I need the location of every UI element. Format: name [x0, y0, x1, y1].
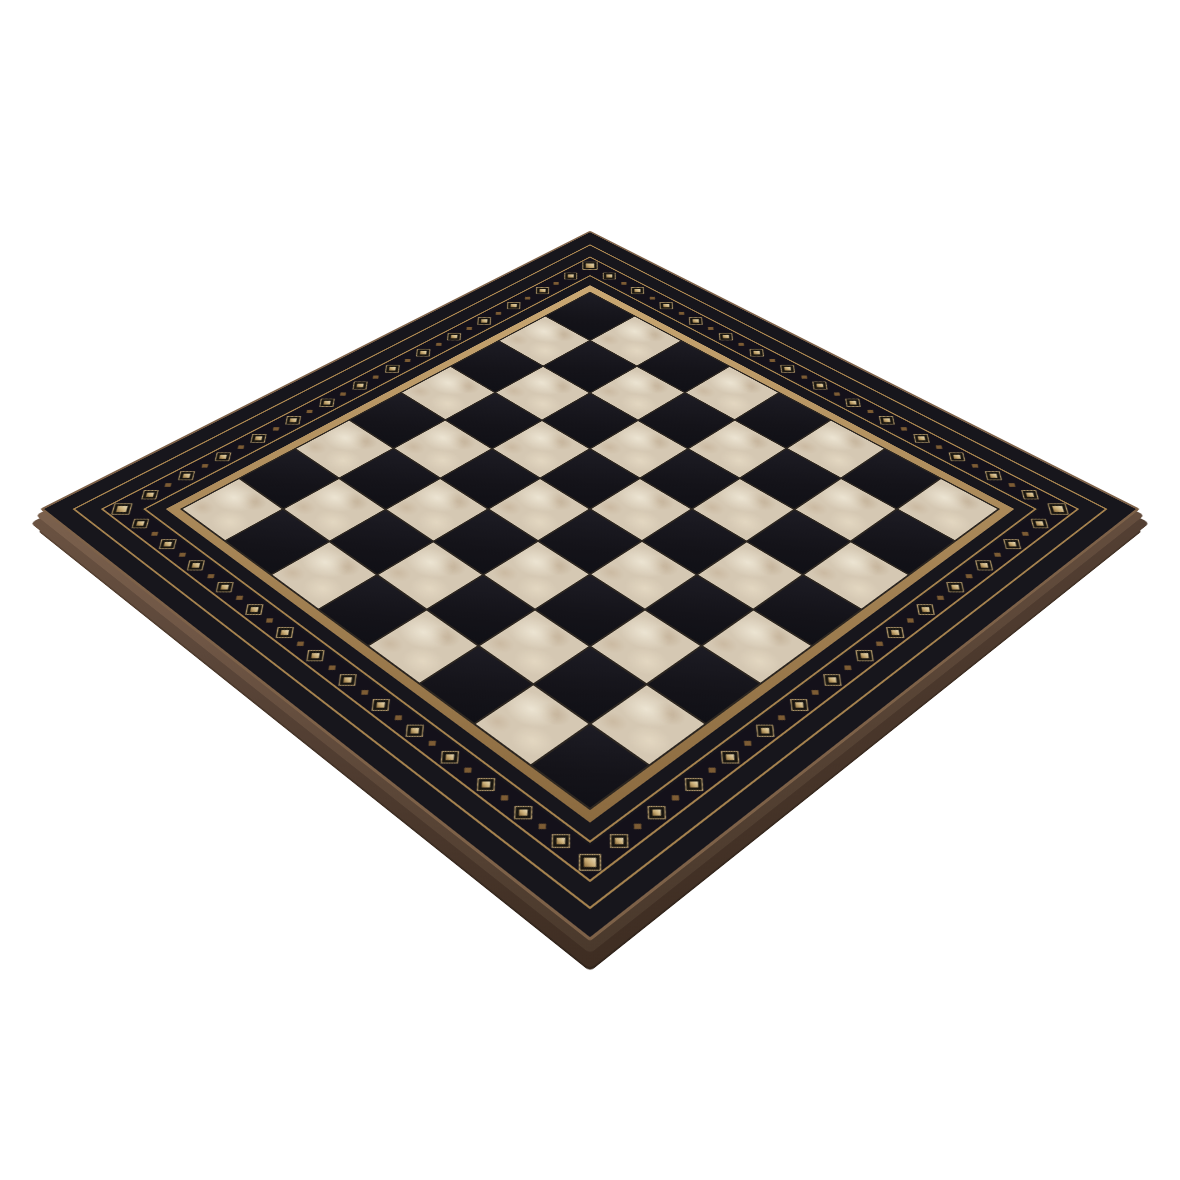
inlay-dot-icon	[672, 795, 679, 800]
diamond-inlay-icon	[910, 431, 933, 444]
diamond-inlay-icon	[503, 300, 524, 311]
inlay-dot-icon	[237, 446, 244, 449]
inlay-dot-icon	[812, 690, 819, 695]
inlay-dot-icon	[307, 410, 313, 413]
inlay-dot-icon	[650, 297, 655, 300]
diamond-inlay-icon	[942, 579, 967, 595]
diamond-inlay-icon	[600, 271, 620, 282]
inlay-dot-icon	[937, 596, 944, 600]
diamond-inlay-icon	[685, 315, 706, 326]
inlay-dot-icon	[1008, 483, 1015, 487]
diamond-inlay-icon	[1027, 516, 1051, 531]
diamond-inlay-icon	[129, 516, 153, 531]
diamond-inlay-icon	[913, 601, 939, 618]
diamond-inlay-icon	[809, 379, 831, 392]
diamond-inlay-icon	[472, 774, 500, 794]
diamond-inlay-icon	[785, 695, 812, 714]
chess-board	[40, 231, 1140, 942]
inlay-dot-icon	[738, 343, 744, 346]
inlay-dot-icon	[994, 553, 1001, 557]
inlay-dot-icon	[708, 327, 714, 330]
inlay-dot-icon	[373, 375, 379, 378]
diamond-inlay-icon	[315, 396, 337, 409]
inlay-dot-icon	[801, 375, 807, 378]
inlay-dot-icon	[266, 618, 273, 622]
inlay-dot-icon	[966, 574, 973, 578]
diamond-inlay-icon	[945, 450, 968, 464]
inlay-dot-icon	[770, 359, 776, 362]
inlay-dot-icon	[328, 665, 335, 669]
inlay-dot-icon	[466, 327, 472, 330]
inlay-dot-icon	[405, 359, 411, 362]
diamond-inlay-icon	[242, 601, 268, 618]
inlay-dot-icon	[340, 392, 346, 395]
diamond-inlay-icon	[272, 624, 298, 641]
inlay-dot-icon	[901, 427, 907, 430]
diamond-inlay-icon	[680, 774, 708, 794]
inlay-dot-icon	[834, 392, 840, 395]
inlay-dot-icon	[201, 464, 208, 467]
diamond-inlay-icon	[851, 647, 877, 665]
diamond-inlay-icon	[560, 271, 580, 282]
inlay-dot-icon	[679, 312, 684, 315]
inlay-dot-icon	[778, 715, 785, 720]
inlay-dot-icon	[464, 768, 471, 773]
inlay-dot-icon	[297, 642, 304, 646]
diamond-inlay-icon	[282, 414, 305, 427]
diamond-inlay-icon	[656, 300, 677, 311]
inlay-dot-icon	[634, 824, 641, 829]
diamond-inlay-icon	[876, 414, 899, 427]
diamond-inlay-icon	[212, 579, 237, 595]
diamond-inlay-icon	[509, 802, 538, 823]
diamond-inlay-icon	[443, 331, 464, 343]
inlay-dot-icon	[165, 483, 172, 487]
diamond-inlay-icon	[335, 671, 362, 689]
diamond-inlay-icon	[751, 721, 778, 740]
diamond-inlay-icon	[211, 450, 234, 464]
diamond-inlay-icon	[982, 468, 1006, 482]
diamond-inlay-icon	[184, 557, 209, 573]
diamond-inlay-icon	[156, 536, 181, 551]
diamond-inlay-icon	[882, 624, 908, 641]
diamond-inlay-icon	[412, 346, 434, 358]
diamond-inlay-icon	[715, 331, 736, 343]
inlay-dot-icon	[1022, 532, 1029, 536]
diamond-inlay-icon	[137, 487, 161, 502]
inlay-dot-icon	[436, 343, 442, 346]
inlay-dot-icon	[496, 312, 501, 315]
diamond-inlay-icon	[247, 431, 270, 444]
inlay-dot-icon	[273, 427, 279, 430]
diamond-inlay-icon	[473, 315, 494, 326]
diamond-inlay-icon	[402, 721, 429, 740]
product-photo-scene	[0, 0, 1180, 1180]
diamond-inlay-icon	[547, 830, 576, 852]
inlay-dot-icon	[394, 715, 401, 720]
inlay-dot-icon	[907, 618, 914, 622]
inlay-dot-icon	[708, 768, 715, 773]
diamond-inlay-icon	[628, 285, 649, 296]
inlay-dot-icon	[539, 824, 546, 829]
inlay-dot-icon	[429, 741, 436, 746]
inlay-dot-icon	[179, 553, 186, 557]
diamond-inlay-icon	[532, 285, 553, 296]
inlay-dot-icon	[972, 464, 979, 467]
diamond-inlay-icon	[381, 363, 403, 375]
board-top-face	[40, 231, 1140, 942]
inlay-dot-icon	[151, 532, 158, 536]
diamond-inlay-icon	[175, 468, 199, 482]
diamond-inlay-icon	[842, 396, 864, 409]
inlay-dot-icon	[867, 410, 873, 413]
diamond-inlay-icon	[818, 671, 845, 689]
diamond-inlay-icon	[999, 536, 1024, 551]
inlay-dot-icon	[501, 795, 508, 800]
inlay-dot-icon	[936, 446, 943, 449]
diamond-inlay-icon	[1019, 487, 1043, 502]
diamond-inlay-icon	[746, 346, 768, 358]
diamond-inlay-icon	[436, 747, 464, 767]
inlay-dot-icon	[844, 665, 851, 669]
diamond-inlay-icon	[716, 747, 744, 767]
diamond-inlay-icon	[971, 557, 996, 573]
diamond-inlay-icon	[303, 647, 329, 665]
diamond-inlay-icon	[368, 695, 395, 714]
diamond-inlay-icon	[604, 830, 633, 852]
inlay-dot-icon	[554, 282, 559, 285]
inlay-dot-icon	[876, 642, 883, 646]
diamond-inlay-icon	[349, 379, 371, 392]
inlay-dot-icon	[207, 574, 214, 578]
inlay-dot-icon	[525, 297, 530, 300]
inlay-dot-icon	[744, 741, 751, 746]
inlay-dot-icon	[621, 282, 626, 285]
inlay-dot-icon	[361, 690, 368, 695]
diamond-inlay-icon	[777, 363, 799, 375]
diamond-inlay-icon	[642, 802, 671, 823]
inlay-dot-icon	[236, 596, 243, 600]
